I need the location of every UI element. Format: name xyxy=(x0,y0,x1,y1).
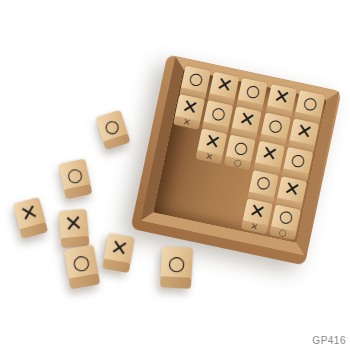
o-symbol: ○ xyxy=(167,252,185,273)
x-symbol: ✕ xyxy=(203,131,223,153)
o-symbol: ○ xyxy=(267,116,284,135)
scattered-cube-o-6: ○ xyxy=(64,244,100,289)
o-symbol: ○ xyxy=(65,164,84,185)
o-symbol: ○ xyxy=(71,250,92,273)
x-symbol: ✕ xyxy=(295,121,315,143)
x-symbol: ✕ xyxy=(215,74,235,96)
cube-x: ✕✕ xyxy=(241,198,273,234)
x-symbol: ✕ xyxy=(108,236,129,260)
scattered-cube-x-4: ✕ xyxy=(58,209,89,248)
cube-o: ○○ xyxy=(269,204,301,240)
cube-x: ✕✕ xyxy=(173,94,205,130)
x-symbol: ✕ xyxy=(18,201,40,226)
o-symbol: ○ xyxy=(290,151,307,170)
o-symbol: ○ xyxy=(255,173,272,192)
product-photo-scene: ○✕○✕○✕✕○✕○✕✕✕○○✕○○✕✕✕○○ ○○✕✕✕○○ GP416 xyxy=(0,0,350,350)
o-symbol: ○ xyxy=(278,208,295,227)
cube-top-face: ○ xyxy=(160,246,193,279)
x-symbol: ✕ xyxy=(63,212,83,236)
scattered-cube-x-3: ✕ xyxy=(12,197,47,239)
o-symbol: ○ xyxy=(102,115,121,136)
cube-x: ✕✕ xyxy=(196,129,228,165)
scattered-cube-o-7: ○ xyxy=(159,246,192,289)
board-cell-r5c5: ○○ xyxy=(268,208,303,243)
o-symbol: ○ xyxy=(210,104,227,123)
x-symbol: ✕ xyxy=(260,143,280,165)
x-symbol: ✕ xyxy=(250,222,259,232)
x-symbol: ✕ xyxy=(182,118,191,128)
scattered-cube-x-5: ✕ xyxy=(102,232,135,272)
scattered-cube-o-1: ○ xyxy=(95,109,130,149)
x-symbol: ✕ xyxy=(180,96,200,118)
x-symbol: ✕ xyxy=(282,178,302,200)
x-symbol: ✕ xyxy=(248,200,268,222)
o-symbol: ○ xyxy=(278,228,288,238)
board-grid: ○✕○✕○✕✕○✕○✕✕✕○○✕○○✕✕✕○○ xyxy=(153,69,326,242)
o-symbol: ○ xyxy=(188,69,205,88)
o-symbol: ○ xyxy=(245,82,262,101)
o-symbol: ○ xyxy=(233,139,250,158)
o-symbol: ○ xyxy=(233,158,243,168)
o-symbol: ○ xyxy=(302,94,319,113)
wooden-tray: ○✕○✕○✕✕○✕○✕✕✕○○✕○○✕✕✕○○ xyxy=(140,56,339,255)
scattered-cube-o-2: ○ xyxy=(58,158,92,199)
x-symbol: ✕ xyxy=(205,152,214,162)
cube-o: ○○ xyxy=(224,135,256,171)
x-symbol: ✕ xyxy=(272,86,292,108)
product-code-label: GP416 xyxy=(312,335,346,346)
x-symbol: ✕ xyxy=(237,108,257,130)
cube-top-face: ✕ xyxy=(58,209,88,239)
cube-front-face xyxy=(159,276,191,289)
